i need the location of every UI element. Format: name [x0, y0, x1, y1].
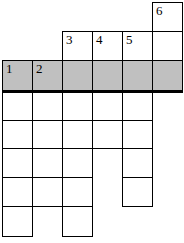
grid-cell[interactable]: 5 [122, 31, 153, 61]
grid-cell[interactable] [32, 148, 63, 178]
grid-cell[interactable] [122, 92, 153, 121]
grid-cell-highlighted[interactable] [152, 60, 183, 93]
grid-cell[interactable] [62, 177, 93, 207]
clue-number: 3 [63, 32, 92, 46]
grid-cell[interactable] [62, 148, 93, 178]
grid-cell[interactable]: 6 [152, 2, 183, 32]
grid-cell[interactable]: 3 [62, 31, 93, 61]
grid-cell-highlighted[interactable] [62, 60, 93, 93]
clue-number: 4 [93, 32, 122, 46]
grid-cell[interactable] [2, 92, 33, 121]
grid-cell[interactable] [2, 120, 33, 149]
grid-cell-highlighted[interactable]: 1 [2, 60, 33, 93]
grid-cell[interactable] [32, 177, 63, 207]
grid-cell-highlighted[interactable]: 2 [32, 60, 63, 93]
grid-cell[interactable] [62, 206, 93, 237]
grid-cell[interactable] [2, 177, 33, 207]
grid-cell[interactable] [2, 206, 33, 237]
grid-cell[interactable] [92, 120, 123, 149]
clue-number: 1 [3, 61, 32, 75]
grid-cell[interactable]: 4 [92, 31, 123, 61]
grid-cell[interactable] [152, 31, 183, 61]
grid-cell[interactable] [32, 92, 63, 121]
grid-cell[interactable] [122, 148, 153, 178]
grid-cell[interactable] [62, 92, 93, 121]
grid-cell-highlighted[interactable] [122, 60, 153, 93]
clue-number: 2 [33, 61, 62, 75]
grid-cell[interactable] [2, 148, 33, 178]
grid-cell[interactable] [32, 120, 63, 149]
clue-number: 5 [123, 32, 152, 46]
crossword-grid: 634512 [0, 0, 184, 243]
grid-cell-highlighted[interactable] [92, 60, 123, 93]
clue-number: 6 [153, 3, 182, 17]
grid-cell[interactable] [122, 177, 153, 207]
grid-cell[interactable] [122, 120, 153, 149]
grid-cell[interactable] [92, 92, 123, 121]
grid-cell[interactable] [62, 120, 93, 149]
